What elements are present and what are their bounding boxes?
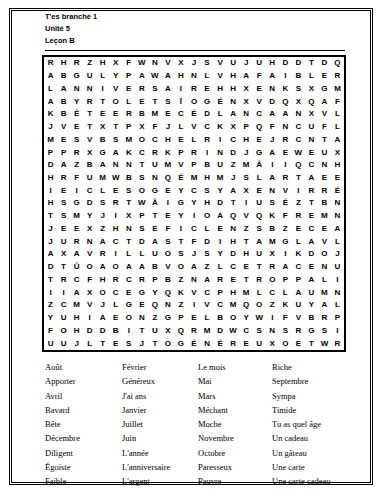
grid-cell: I: [240, 197, 253, 210]
grid-cell: L: [331, 108, 344, 121]
grid-cell: Y: [174, 184, 187, 197]
grid-cell: G: [279, 235, 292, 248]
grid-cell: N: [331, 286, 344, 299]
grid-cell: E: [240, 261, 253, 274]
grid-cell: C: [240, 325, 253, 338]
grid-cell: A: [240, 70, 253, 83]
grid-cell: U: [305, 121, 318, 134]
grid-cell: N: [279, 121, 292, 134]
grid-cell: A: [331, 133, 344, 146]
grid-cell: Y: [70, 95, 83, 108]
grid-cell: N: [135, 312, 148, 325]
grid-cell: M: [96, 172, 109, 185]
grid-cell: C: [70, 274, 83, 287]
grid-cell: D: [305, 248, 318, 261]
grid-cell: I: [331, 274, 344, 287]
word-list-item: Bavard: [45, 403, 80, 417]
grid-cell: V: [318, 108, 331, 121]
grid-cell: E: [96, 108, 109, 121]
grid-cell: T: [44, 274, 57, 287]
grid-cell: Q: [161, 172, 174, 185]
word-list-item: L'anniversaire: [122, 460, 170, 474]
grid-cell: G: [70, 197, 83, 210]
grid-cell: U: [148, 325, 161, 338]
grid-cell: V: [57, 121, 70, 134]
word-list-item: Timide: [272, 403, 331, 417]
grid-cell: M: [214, 172, 227, 185]
grid-cell: M: [240, 286, 253, 299]
grid-cell: A: [57, 82, 70, 95]
grid-cell: H: [201, 172, 214, 185]
grid-cell: R: [253, 274, 266, 287]
grid-cell: Z: [174, 299, 187, 312]
grid-cell: N: [109, 159, 122, 172]
grid-cell: Y: [109, 70, 122, 83]
grid-cell: J: [331, 248, 344, 261]
grid-cell: B: [266, 223, 279, 236]
grid-cell: L: [187, 133, 200, 146]
grid-cell: A: [96, 261, 109, 274]
grid-cell: E: [240, 337, 253, 350]
grid-cell: V: [83, 248, 96, 261]
grid-cell: X: [135, 121, 148, 134]
grid-cell: U: [253, 57, 266, 70]
grid-cell: C: [135, 146, 148, 159]
lesson-label: Leçon B: [45, 35, 97, 47]
grid-cell: Y: [214, 248, 227, 261]
grid-cell: A: [70, 248, 83, 261]
grid-cell: I: [292, 184, 305, 197]
grid-cell: D: [318, 57, 331, 70]
grid-cell: Z: [240, 223, 253, 236]
word-list-item: Octobre: [198, 446, 234, 460]
grid-cell: T: [135, 159, 148, 172]
word-list-item: Riche: [272, 360, 331, 374]
grid-cell: V: [161, 57, 174, 70]
grid-cell: G: [174, 337, 187, 350]
grid-cell: J: [96, 299, 109, 312]
grid-cell: B: [201, 159, 214, 172]
grid-cell: A: [96, 159, 109, 172]
grid-cell: M: [122, 133, 135, 146]
grid-cell: E: [148, 223, 161, 236]
grid-cell: R: [279, 133, 292, 146]
grid-cell: J: [96, 210, 109, 223]
grid-cell: I: [279, 248, 292, 261]
grid-cell: H: [266, 57, 279, 70]
grid-cell: C: [148, 133, 161, 146]
grid-cell: R: [96, 248, 109, 261]
grid-cell: A: [253, 235, 266, 248]
grid-cell: A: [44, 248, 57, 261]
grid-cell: D: [135, 235, 148, 248]
grid-cell: K: [122, 146, 135, 159]
grid-cell: T: [305, 197, 318, 210]
grid-cell: O: [161, 337, 174, 350]
grid-cell: É: [174, 172, 187, 185]
grid-cell: A: [318, 95, 331, 108]
grid-cell: R: [187, 82, 200, 95]
grid-cell: T: [318, 133, 331, 146]
grid-cell: S: [57, 210, 70, 223]
grid-cell: Q: [148, 299, 161, 312]
grid-cell: L: [305, 70, 318, 83]
grid-cell: F: [279, 312, 292, 325]
header-rule: [45, 50, 345, 51]
word-list-item: Août: [45, 360, 80, 374]
grid-cell: S: [201, 57, 214, 70]
word-list-column: RicheSeptembreSympaTimideTu as quel âgeU…: [272, 360, 331, 489]
grid-cell: G: [305, 325, 318, 338]
grid-cell: É: [331, 184, 344, 197]
grid-cell: U: [148, 248, 161, 261]
grid-cell: E: [318, 70, 331, 83]
grid-cell: R: [57, 172, 70, 185]
grid-cell: E: [161, 210, 174, 223]
grid-cell: I: [96, 82, 109, 95]
grid-cell: W: [227, 325, 240, 338]
grid-cell: G: [122, 299, 135, 312]
grid-cell: E: [305, 210, 318, 223]
grid-cell: E: [279, 146, 292, 159]
grid-cell: V: [201, 299, 214, 312]
grid-cell: S: [174, 248, 187, 261]
grid-cell: F: [331, 95, 344, 108]
grid-cell: W: [109, 172, 122, 185]
grid-cell: V: [161, 261, 174, 274]
grid-cell: Q: [279, 95, 292, 108]
grid-cell: C: [122, 274, 135, 287]
grid-cell: K: [174, 286, 187, 299]
grid-cell: A: [135, 70, 148, 83]
grid-cell: F: [266, 121, 279, 134]
grid-cell: A: [109, 146, 122, 159]
grid-cell: B: [148, 261, 161, 274]
grid-cell: D: [44, 159, 57, 172]
grid-cell: S: [266, 197, 279, 210]
grid-cell: B: [318, 197, 331, 210]
grid-cell: X: [109, 57, 122, 70]
grid-cell: S: [122, 184, 135, 197]
grid-cell: H: [70, 325, 83, 338]
grid-cell: D: [279, 57, 292, 70]
grid-cell: X: [240, 95, 253, 108]
grid-cell: I: [174, 223, 187, 236]
grid-cell: D: [214, 325, 227, 338]
grid-cell: S: [292, 82, 305, 95]
word-list-item: Pauvre: [198, 474, 234, 488]
grid-cell: F: [83, 274, 96, 287]
grid-cell: G: [201, 95, 214, 108]
grid-cell: A: [305, 235, 318, 248]
grid-cell: L: [83, 337, 96, 350]
grid-cell: R: [148, 146, 161, 159]
grid-cell: Z: [96, 223, 109, 236]
grid-cell: R: [135, 82, 148, 95]
grid-cell: I: [187, 299, 200, 312]
grid-cell: N: [266, 325, 279, 338]
grid-cell: C: [109, 286, 122, 299]
grid-cell: W: [148, 70, 161, 83]
grid-cell: N: [331, 197, 344, 210]
word-list-item: Diligent: [45, 446, 80, 460]
grid-cell: Y: [174, 210, 187, 223]
grid-cell: D: [214, 197, 227, 210]
grid-cell: A: [266, 146, 279, 159]
grid-cell: C: [305, 159, 318, 172]
grid-cell: N: [161, 299, 174, 312]
grid-cell: E: [57, 133, 70, 146]
word-list-item: L'année: [122, 446, 170, 460]
grid-cell: M: [161, 159, 174, 172]
grid-cell: L: [201, 223, 214, 236]
grid-cell: M: [201, 325, 214, 338]
word-list-item: Paresseux: [198, 460, 234, 474]
grid-cell: É: [187, 108, 200, 121]
grid-cell: R: [292, 325, 305, 338]
grid-cell: S: [161, 95, 174, 108]
grid-cell: E: [201, 82, 214, 95]
grid-cell: U: [253, 337, 266, 350]
grid-cell: A: [331, 223, 344, 236]
grid-cell: U: [331, 261, 344, 274]
grid-cell: S: [318, 325, 331, 338]
grid-cell: H: [96, 274, 109, 287]
grid-cell: V: [109, 82, 122, 95]
word-list-item: Avril: [45, 389, 80, 403]
grid-cell: O: [161, 248, 174, 261]
grid-cell: I: [44, 184, 57, 197]
grid-cell: A: [96, 235, 109, 248]
grid-cell: U: [253, 197, 266, 210]
word-list-item: L'argent: [122, 474, 170, 488]
grid-cell: X: [83, 146, 96, 159]
grid-cell: I: [279, 159, 292, 172]
grid-cell: P: [44, 146, 57, 159]
grid-cell: T: [83, 121, 96, 134]
word-list-column: Le moisMaiMarsMéchantMocheNovembreOctobr…: [198, 360, 234, 489]
grid-cell: C: [266, 286, 279, 299]
grid-cell: A: [214, 210, 227, 223]
grid-cell: S: [122, 337, 135, 350]
grid-cell: Q: [292, 159, 305, 172]
grid-cell: A: [279, 108, 292, 121]
grid-cell: E: [122, 286, 135, 299]
grid-cell: L: [44, 82, 57, 95]
grid-cell: O: [227, 312, 240, 325]
grid-cell: D: [96, 325, 109, 338]
grid-cell: Z: [83, 57, 96, 70]
grid-cell: H: [227, 286, 240, 299]
grid-cell: T: [253, 261, 266, 274]
grid-cell: U: [305, 286, 318, 299]
grid-cell: Z: [279, 223, 292, 236]
grid-cell: N: [122, 159, 135, 172]
grid-cell: N: [148, 172, 161, 185]
grid-cell: F: [44, 325, 57, 338]
grid-cell: R: [187, 325, 200, 338]
grid-cell: E: [161, 184, 174, 197]
grid-cell: R: [331, 337, 344, 350]
grid-cell: K: [279, 82, 292, 95]
grid-cell: E: [253, 184, 266, 197]
grid-cell: Â: [253, 159, 266, 172]
grid-cell: U: [148, 159, 161, 172]
grid-cell: L: [96, 184, 109, 197]
grid-cell: V: [214, 57, 227, 70]
grid-cell: R: [70, 235, 83, 248]
grid-cell: H: [44, 172, 57, 185]
grid-cell: I: [109, 248, 122, 261]
grid-cell: O: [109, 261, 122, 274]
grid-cell: Y: [187, 197, 200, 210]
grid-cell: E: [70, 121, 83, 134]
grid-cell: C: [292, 121, 305, 134]
grid-cell: E: [122, 82, 135, 95]
grid-cell: G: [161, 312, 174, 325]
grid-cell: Q: [305, 95, 318, 108]
grid-cell: W: [292, 146, 305, 159]
grid-cell: J: [187, 248, 200, 261]
grid-cell: Q: [227, 210, 240, 223]
grid-cell: C: [57, 299, 70, 312]
grid-cell: S: [96, 197, 109, 210]
word-list-item: Septembre: [272, 374, 331, 388]
grid-cell: D: [201, 235, 214, 248]
grid-cell: I: [161, 197, 174, 210]
grid-cell: A: [161, 70, 174, 83]
grid-cell: T: [240, 235, 253, 248]
word-list-item: Moche: [198, 417, 234, 431]
grid-cell: X: [266, 337, 279, 350]
grid-cell: E: [135, 95, 148, 108]
grid-cell: Ï: [174, 95, 187, 108]
grid-cell: S: [201, 248, 214, 261]
grid-cell: B: [161, 274, 174, 287]
grid-cell: E: [187, 312, 200, 325]
grid-cell: I: [83, 312, 96, 325]
word-list-column: AoûtApporterAvrilBavardBêteDécembreDilig…: [45, 360, 80, 489]
grid-cell: T: [227, 197, 240, 210]
grid-cell: L: [96, 70, 109, 83]
word-list-item: Mai: [198, 374, 234, 388]
grid-cell: V: [292, 312, 305, 325]
grid-cell: H: [214, 82, 227, 95]
grid-cell: L: [201, 312, 214, 325]
grid-cell: F: [279, 210, 292, 223]
grid-cell: V: [240, 210, 253, 223]
grid-cell: B: [214, 312, 227, 325]
grid-cell: E: [109, 312, 122, 325]
grid-cell: G: [96, 146, 109, 159]
grid-cell: C: [214, 299, 227, 312]
grid-cell: B: [122, 172, 135, 185]
grid-cell: L: [201, 70, 214, 83]
grid-cell: H: [331, 159, 344, 172]
grid-cell: É: [214, 337, 227, 350]
grid-cell: Z: [292, 197, 305, 210]
grid-cell: J: [135, 337, 148, 350]
grid-cell: R: [57, 274, 70, 287]
grid-cell: H: [70, 312, 83, 325]
grid-cell: T: [96, 95, 109, 108]
grid-cell: Z: [174, 274, 187, 287]
grid-cell: D: [292, 57, 305, 70]
grid-cell: J: [240, 57, 253, 70]
grid-cell: Y: [214, 184, 227, 197]
grid-cell: C: [187, 184, 200, 197]
grid-cell: P: [240, 121, 253, 134]
grid-cell: I: [57, 286, 70, 299]
grid-cell: Z: [266, 299, 279, 312]
grid-cell: K: [44, 108, 57, 121]
grid-cell: A: [227, 108, 240, 121]
grid-cell: L: [135, 248, 148, 261]
word-list-item: Tu as quel âge: [272, 417, 331, 431]
grid-cell: M: [44, 133, 57, 146]
grid-cell: C: [201, 121, 214, 134]
grid-cell: O: [318, 248, 331, 261]
grid-cell: W: [135, 197, 148, 210]
word-list-item: Une carte cadeau: [272, 474, 331, 488]
grid-cell: L: [318, 274, 331, 287]
word-list-item: Faible: [45, 474, 80, 488]
word-list-item: Juin: [122, 431, 170, 445]
word-list: AoûtApporterAvrilBavardBêteDécembreDilig…: [0, 360, 386, 490]
grid-cell: M: [227, 299, 240, 312]
grid-cell: J: [44, 223, 57, 236]
grid-cell: I: [214, 235, 227, 248]
grid-cell: S: [57, 197, 70, 210]
grid-cell: U: [83, 172, 96, 185]
grid-cell: L: [292, 235, 305, 248]
grid-cell: L: [109, 299, 122, 312]
grid-cell: E: [331, 172, 344, 185]
grid-cell: B: [305, 312, 318, 325]
grid-cell: V: [174, 159, 187, 172]
grid-cell: S: [135, 172, 148, 185]
grid-cell: J: [161, 121, 174, 134]
grid-cell: X: [266, 248, 279, 261]
grid-cell: E: [70, 223, 83, 236]
grid-cell: P: [279, 274, 292, 287]
grid-cell: C: [174, 108, 187, 121]
grid-cell: A: [201, 274, 214, 287]
grid-cell: U: [227, 57, 240, 70]
grid-cell: H: [201, 197, 214, 210]
grid-cell: O: [201, 210, 214, 223]
grid-cell: C: [292, 261, 305, 274]
grid-cell: T: [240, 274, 253, 287]
grid-cell: J: [44, 121, 57, 134]
grid-cell: S: [148, 82, 161, 95]
grid-cell: P: [292, 274, 305, 287]
word-search-grid: RHRZHXFWNVXJSVUJUHDDTDQABGULYPAWAHNLVHAF…: [42, 55, 346, 352]
grid-cell: H: [57, 57, 70, 70]
grid-cell: D: [266, 95, 279, 108]
grid-cell: R: [122, 108, 135, 121]
word-list-column: FévrierGénéreuxJ'ai ansJanvierJuilletJui…: [122, 360, 170, 489]
grid-cell: P: [174, 146, 187, 159]
grid-cell: U: [57, 312, 70, 325]
grid-cell: H: [227, 70, 240, 83]
grid-cell: E: [214, 223, 227, 236]
grid-cell: U: [253, 248, 266, 261]
grid-cell: T: [122, 197, 135, 210]
grid-cell: B: [96, 133, 109, 146]
grid-cell: R: [214, 274, 227, 287]
grid-cell: V: [187, 286, 200, 299]
